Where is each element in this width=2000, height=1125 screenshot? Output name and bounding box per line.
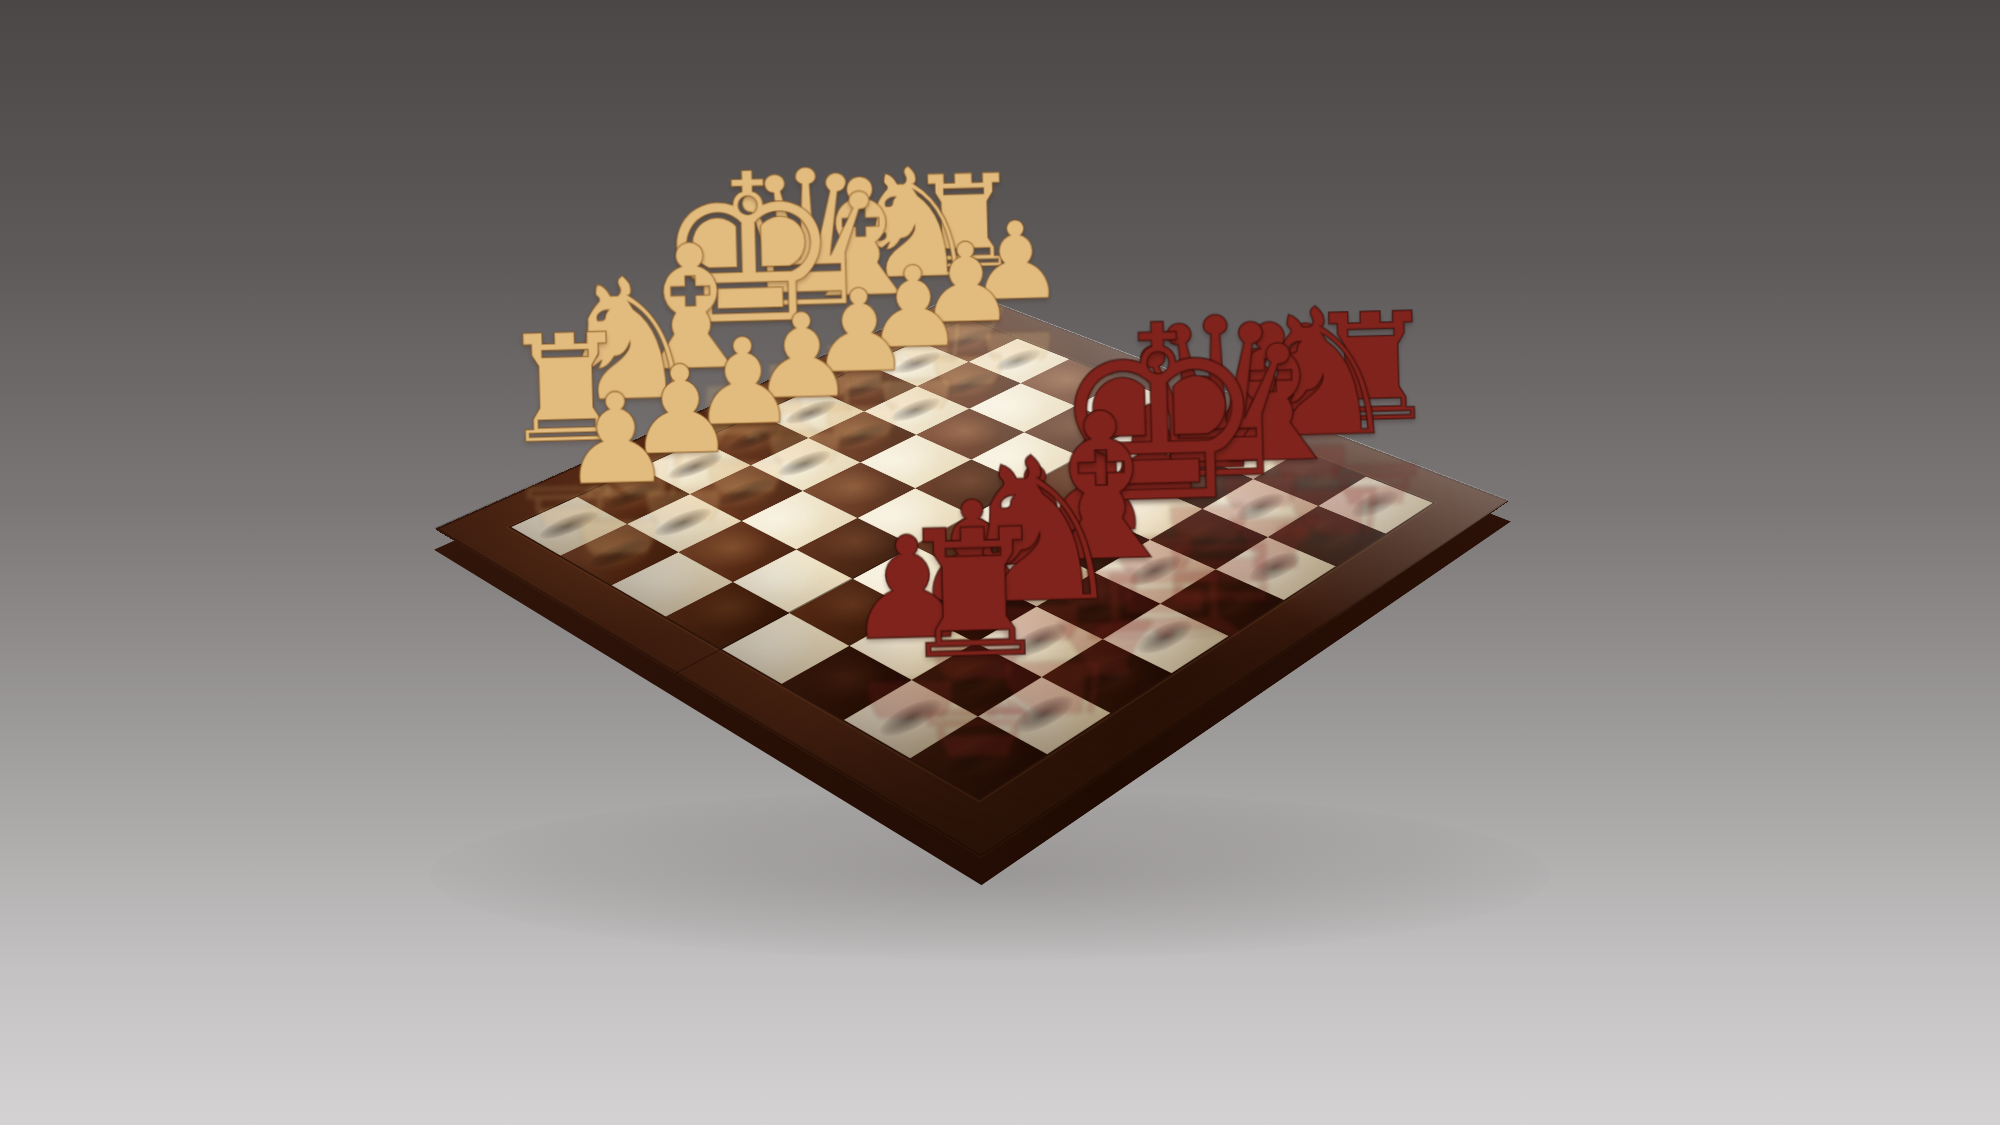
- chess-board: ♜♜♞♞♝♝♛♛♚♚♝♝♞♞♜♜♟♟♟♟♟♟♟♟♟♟♟♟♟♟♟♟♟♟♟♟♟♟♟♟…: [435, 292, 1509, 858]
- piece-glyph-billboard: ♜♜: [734, 500, 1216, 762]
- piece-reflection: ♜: [739, 676, 1216, 762]
- rook-icon: ♜: [734, 500, 1214, 688]
- piece-layer: ♜♜♞♞♝♝♛♛♚♚♝♝♞♞♜♜♟♟♟♟♟♟♟♟♟♟♟♟♟♟♟♟♟♟♟♟♟♟♟♟…: [435, 292, 1509, 858]
- pawn-icon: ♟: [410, 371, 822, 507]
- studio-backdrop: ♜♜♞♞♝♝♛♛♚♚♝♝♞♞♜♜♟♟♟♟♟♟♟♟♟♟♟♟♟♟♟♟♟♟♟♟♟♟♟♟…: [0, 0, 2000, 1125]
